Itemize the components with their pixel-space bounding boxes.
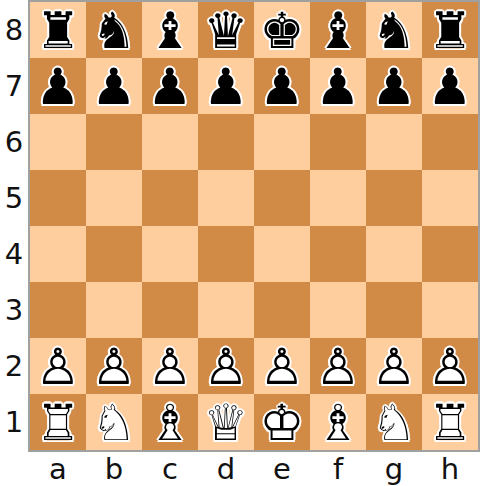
- black-pawn[interactable]: ♟: [30, 58, 86, 114]
- square-d3[interactable]: [198, 282, 254, 338]
- square-e2[interactable]: ♟♙: [254, 338, 310, 394]
- square-h3[interactable]: [422, 282, 478, 338]
- white-knight[interactable]: ♞♘: [366, 394, 422, 450]
- square-b3[interactable]: [86, 282, 142, 338]
- chess-diagram: 87654321 ♜♞♝♛♚♝♞♜♟♟♟♟♟♟♟♟♟♙♟♙♟♙♟♙♟♙♟♙♟♙♟…: [0, 0, 480, 486]
- black-rook[interactable]: ♜: [422, 2, 478, 58]
- square-h1[interactable]: ♜♖: [422, 394, 478, 450]
- white-pawn[interactable]: ♟♙: [254, 338, 310, 394]
- square-e8[interactable]: ♚: [254, 2, 310, 58]
- rank-label-2: 2: [0, 338, 28, 394]
- white-bishop[interactable]: ♝♗: [310, 394, 366, 450]
- black-knight[interactable]: ♞: [366, 2, 422, 58]
- piece-outline: ♙: [316, 342, 361, 392]
- piece-outline: ♙: [92, 342, 137, 392]
- piece-outline: ♙: [148, 342, 193, 392]
- white-pawn[interactable]: ♟♙: [198, 338, 254, 394]
- square-c4[interactable]: [142, 226, 198, 282]
- black-pawn[interactable]: ♟: [142, 58, 198, 114]
- white-rook[interactable]: ♜♖: [30, 394, 86, 450]
- white-knight[interactable]: ♞♘: [86, 394, 142, 450]
- piece-outline: ♙: [372, 342, 417, 392]
- square-e4[interactable]: [254, 226, 310, 282]
- file-label-e: e: [254, 452, 310, 486]
- square-f1[interactable]: ♝♗: [310, 394, 366, 450]
- square-d4[interactable]: [198, 226, 254, 282]
- square-d5[interactable]: [198, 170, 254, 226]
- piece-outline: ♗: [316, 398, 361, 448]
- square-f7[interactable]: ♟: [310, 58, 366, 114]
- rank-labels: 87654321: [0, 0, 28, 486]
- square-f5[interactable]: [310, 170, 366, 226]
- black-pawn[interactable]: ♟: [86, 58, 142, 114]
- file-label-d: d: [198, 452, 254, 486]
- rank-label-1: 1: [0, 394, 28, 450]
- piece-glyph: ♟: [428, 62, 473, 112]
- white-pawn[interactable]: ♟♙: [422, 338, 478, 394]
- piece-glyph: ♟: [260, 62, 305, 112]
- square-a6[interactable]: [30, 114, 86, 170]
- piece-outline: ♗: [148, 398, 193, 448]
- black-king[interactable]: ♚: [254, 2, 310, 58]
- square-d7[interactable]: ♟: [198, 58, 254, 114]
- square-h7[interactable]: ♟: [422, 58, 478, 114]
- piece-outline: ♖: [428, 398, 473, 448]
- file-label-a: a: [30, 452, 86, 486]
- square-f4[interactable]: [310, 226, 366, 282]
- piece-outline: ♙: [36, 342, 81, 392]
- square-g8[interactable]: ♞: [366, 2, 422, 58]
- white-pawn[interactable]: ♟♙: [86, 338, 142, 394]
- square-b6[interactable]: [86, 114, 142, 170]
- square-a8[interactable]: ♜: [30, 2, 86, 58]
- square-b2[interactable]: ♟♙: [86, 338, 142, 394]
- square-d8[interactable]: ♛: [198, 2, 254, 58]
- piece-glyph: ♜: [36, 6, 81, 56]
- square-h2[interactable]: ♟♙: [422, 338, 478, 394]
- white-rook[interactable]: ♜♖: [422, 394, 478, 450]
- piece-glyph: ♟: [36, 62, 81, 112]
- square-f3[interactable]: [310, 282, 366, 338]
- square-d1[interactable]: ♛♕: [198, 394, 254, 450]
- file-label-g: g: [366, 452, 422, 486]
- piece-glyph: ♟: [372, 62, 417, 112]
- square-e6[interactable]: [254, 114, 310, 170]
- piece-outline: ♘: [372, 398, 417, 448]
- black-bishop[interactable]: ♝: [310, 2, 366, 58]
- piece-glyph: ♟: [92, 62, 137, 112]
- piece-glyph: ♜: [428, 6, 473, 56]
- piece-outline: ♙: [260, 342, 305, 392]
- file-label-c: c: [142, 452, 198, 486]
- square-e3[interactable]: [254, 282, 310, 338]
- piece-glyph: ♝: [148, 6, 193, 56]
- white-bishop[interactable]: ♝♗: [142, 394, 198, 450]
- piece-outline: ♕: [204, 398, 249, 448]
- white-pawn[interactable]: ♟♙: [30, 338, 86, 394]
- square-a3[interactable]: [30, 282, 86, 338]
- file-label-h: h: [422, 452, 478, 486]
- square-f2[interactable]: ♟♙: [310, 338, 366, 394]
- rank-label-4: 4: [0, 226, 28, 282]
- white-king[interactable]: ♚♔: [254, 394, 310, 450]
- square-a2[interactable]: ♟♙: [30, 338, 86, 394]
- rank-label-3: 3: [0, 282, 28, 338]
- black-rook[interactable]: ♜: [30, 2, 86, 58]
- black-pawn[interactable]: ♟: [422, 58, 478, 114]
- square-d2[interactable]: ♟♙: [198, 338, 254, 394]
- white-pawn[interactable]: ♟♙: [366, 338, 422, 394]
- square-f6[interactable]: [310, 114, 366, 170]
- square-g5[interactable]: [366, 170, 422, 226]
- square-a5[interactable]: [30, 170, 86, 226]
- chess-board: ♜♞♝♛♚♝♞♜♟♟♟♟♟♟♟♟♟♙♟♙♟♙♟♙♟♙♟♙♟♙♟♙♜♖♞♘♝♗♛♕…: [28, 0, 480, 452]
- square-c5[interactable]: [142, 170, 198, 226]
- piece-glyph: ♝: [316, 6, 361, 56]
- square-g2[interactable]: ♟♙: [366, 338, 422, 394]
- square-c6[interactable]: [142, 114, 198, 170]
- square-h6[interactable]: [422, 114, 478, 170]
- piece-glyph: ♟: [148, 62, 193, 112]
- black-pawn[interactable]: ♟: [254, 58, 310, 114]
- black-pawn[interactable]: ♟: [198, 58, 254, 114]
- piece-glyph: ♚: [260, 6, 305, 56]
- square-c1[interactable]: ♝♗: [142, 394, 198, 450]
- square-h5[interactable]: [422, 170, 478, 226]
- square-e1[interactable]: ♚♔: [254, 394, 310, 450]
- piece-glyph: ♛: [204, 6, 249, 56]
- square-h4[interactable]: [422, 226, 478, 282]
- square-g4[interactable]: [366, 226, 422, 282]
- rank-label-6: 6: [0, 114, 28, 170]
- square-a7[interactable]: ♟: [30, 58, 86, 114]
- square-c7[interactable]: ♟: [142, 58, 198, 114]
- rank-label-8: 8: [0, 2, 28, 58]
- white-pawn[interactable]: ♟♙: [310, 338, 366, 394]
- square-b7[interactable]: ♟: [86, 58, 142, 114]
- square-h8[interactable]: ♜: [422, 2, 478, 58]
- square-b4[interactable]: [86, 226, 142, 282]
- square-c8[interactable]: ♝: [142, 2, 198, 58]
- square-b5[interactable]: [86, 170, 142, 226]
- square-d6[interactable]: [198, 114, 254, 170]
- piece-glyph: ♞: [372, 6, 417, 56]
- square-g1[interactable]: ♞♘: [366, 394, 422, 450]
- black-pawn[interactable]: ♟: [310, 58, 366, 114]
- black-pawn[interactable]: ♟: [366, 58, 422, 114]
- square-g3[interactable]: [366, 282, 422, 338]
- board-column: ♜♞♝♛♚♝♞♜♟♟♟♟♟♟♟♟♟♙♟♙♟♙♟♙♟♙♟♙♟♙♟♙♜♖♞♘♝♗♛♕…: [28, 0, 480, 486]
- file-label-b: b: [86, 452, 142, 486]
- square-e5[interactable]: [254, 170, 310, 226]
- square-c2[interactable]: ♟♙: [142, 338, 198, 394]
- piece-outline: ♘: [92, 398, 137, 448]
- square-g7[interactable]: ♟: [366, 58, 422, 114]
- file-labels: abcdefgh: [30, 452, 480, 486]
- rank-label-7: 7: [0, 58, 28, 114]
- piece-outline: ♙: [204, 342, 249, 392]
- black-bishop[interactable]: ♝: [142, 2, 198, 58]
- black-knight[interactable]: ♞: [86, 2, 142, 58]
- square-b1[interactable]: ♞♘: [86, 394, 142, 450]
- piece-outline: ♙: [428, 342, 473, 392]
- square-c3[interactable]: [142, 282, 198, 338]
- piece-glyph: ♟: [316, 62, 361, 112]
- square-a4[interactable]: [30, 226, 86, 282]
- square-g6[interactable]: [366, 114, 422, 170]
- piece-outline: ♔: [260, 398, 305, 448]
- rank-label-5: 5: [0, 170, 28, 226]
- white-pawn[interactable]: ♟♙: [142, 338, 198, 394]
- square-f8[interactable]: ♝: [310, 2, 366, 58]
- square-e7[interactable]: ♟: [254, 58, 310, 114]
- piece-glyph: ♞: [92, 6, 137, 56]
- square-b8[interactable]: ♞: [86, 2, 142, 58]
- piece-outline: ♖: [36, 398, 81, 448]
- square-a1[interactable]: ♜♖: [30, 394, 86, 450]
- white-queen[interactable]: ♛♕: [198, 394, 254, 450]
- piece-glyph: ♟: [204, 62, 249, 112]
- file-label-f: f: [310, 452, 366, 486]
- black-queen[interactable]: ♛: [198, 2, 254, 58]
